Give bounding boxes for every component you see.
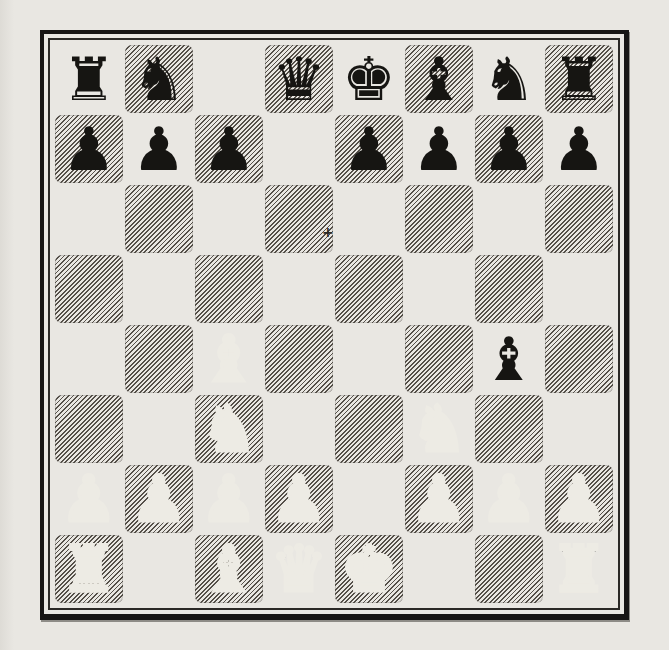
black-queen-piece[interactable]: ♛ bbox=[264, 44, 334, 114]
square-f3[interactable]: ♞♘ bbox=[404, 394, 474, 464]
piece-glyph: ♟ bbox=[342, 119, 396, 179]
board-frame-inner: ♜♞♛♚♝♞♜♟♟♟♟♟♟♟♝♗♝♞♘♞♘♟♙♟♙♟♙♟♙♟♙♟♙♟♙♜♖♝♗♛… bbox=[48, 38, 620, 610]
piece-fill-silhouette: ♞ bbox=[410, 397, 467, 461]
square-b3[interactable] bbox=[124, 394, 194, 464]
black-rook-piece[interactable]: ♜ bbox=[544, 44, 614, 114]
square-c2[interactable]: ♟♙ bbox=[194, 464, 264, 534]
square-c5[interactable] bbox=[194, 254, 264, 324]
square-h7[interactable]: ♟ bbox=[544, 114, 614, 184]
black-pawn-piece[interactable]: ♟ bbox=[544, 114, 614, 184]
square-a6[interactable] bbox=[54, 184, 124, 254]
black-knight-piece[interactable]: ♞ bbox=[124, 44, 194, 114]
black-pawn-piece[interactable]: ♟ bbox=[124, 114, 194, 184]
white-knight-piece[interactable]: ♞♘ bbox=[194, 394, 264, 464]
piece-glyph: ♜ bbox=[62, 49, 116, 109]
piece-glyph: ♟ bbox=[132, 119, 186, 179]
piece-fill-silhouette: ♟ bbox=[480, 467, 537, 531]
piece-glyph: ♝ bbox=[412, 49, 466, 109]
square-b4[interactable] bbox=[124, 324, 194, 394]
piece-glyph: ♝ bbox=[482, 329, 536, 389]
square-f2[interactable]: ♟♙ bbox=[404, 464, 474, 534]
square-g6[interactable] bbox=[474, 184, 544, 254]
piece-fill-silhouette: ♜ bbox=[550, 537, 607, 601]
square-d4[interactable] bbox=[264, 324, 334, 394]
square-b1[interactable] bbox=[124, 534, 194, 604]
book-page: ♜♞♛♚♝♞♜♟♟♟♟♟♟♟♝♗♝♞♘♞♘♟♙♟♙♟♙♟♙♟♙♟♙♟♙♜♖♝♗♛… bbox=[0, 0, 669, 650]
square-g5[interactable] bbox=[474, 254, 544, 324]
black-king-piece[interactable]: ♚ bbox=[334, 44, 404, 114]
piece-fill-silhouette: ♝ bbox=[200, 327, 257, 391]
white-pawn-piece[interactable]: ♟♙ bbox=[194, 464, 264, 534]
black-rook-piece[interactable]: ♜ bbox=[54, 44, 124, 114]
piece-glyph: ♟ bbox=[202, 119, 256, 179]
piece-glyph: ♟ bbox=[482, 119, 536, 179]
white-rook-piece[interactable]: ♜♖ bbox=[54, 534, 124, 604]
square-g1[interactable] bbox=[474, 534, 544, 604]
black-knight-piece[interactable]: ♞ bbox=[474, 44, 544, 114]
piece-glyph: ♛ bbox=[272, 49, 326, 109]
square-d6[interactable] bbox=[264, 184, 334, 254]
piece-glyph: ♜ bbox=[552, 49, 606, 109]
square-f7[interactable]: ♟ bbox=[404, 114, 474, 184]
white-queen-piece[interactable]: ♛♕ bbox=[264, 534, 334, 604]
square-g7[interactable]: ♟ bbox=[474, 114, 544, 184]
square-e7[interactable]: ♟ bbox=[334, 114, 404, 184]
black-pawn-piece[interactable]: ♟ bbox=[194, 114, 264, 184]
square-e6[interactable] bbox=[334, 184, 404, 254]
square-d7[interactable] bbox=[264, 114, 334, 184]
square-c3[interactable]: ♞♘ bbox=[194, 394, 264, 464]
black-bishop-piece[interactable]: ♝ bbox=[474, 324, 544, 394]
square-b7[interactable]: ♟ bbox=[124, 114, 194, 184]
board-grid: ♜♞♛♚♝♞♜♟♟♟♟♟♟♟♝♗♝♞♘♞♘♟♙♟♙♟♙♟♙♟♙♟♙♟♙♜♖♝♗♛… bbox=[54, 44, 614, 604]
square-e5[interactable] bbox=[334, 254, 404, 324]
piece-fill-silhouette: ♟ bbox=[410, 467, 467, 531]
white-pawn-piece[interactable]: ♟♙ bbox=[264, 464, 334, 534]
black-pawn-piece[interactable]: ♟ bbox=[334, 114, 404, 184]
square-c8[interactable] bbox=[194, 44, 264, 114]
square-f5[interactable] bbox=[404, 254, 474, 324]
black-bishop-piece[interactable]: ♝ bbox=[404, 44, 474, 114]
piece-glyph: ♞ bbox=[482, 49, 536, 109]
square-c7[interactable]: ♟ bbox=[194, 114, 264, 184]
piece-glyph: ♟ bbox=[552, 119, 606, 179]
square-b2[interactable]: ♟♙ bbox=[124, 464, 194, 534]
square-b5[interactable] bbox=[124, 254, 194, 324]
square-f4[interactable] bbox=[404, 324, 474, 394]
white-pawn-piece[interactable]: ♟♙ bbox=[124, 464, 194, 534]
square-a7[interactable]: ♟ bbox=[54, 114, 124, 184]
square-g2[interactable]: ♟♙ bbox=[474, 464, 544, 534]
piece-fill-silhouette: ♟ bbox=[60, 467, 117, 531]
square-a1[interactable]: ♜♖ bbox=[54, 534, 124, 604]
piece-glyph: ♟ bbox=[412, 119, 466, 179]
white-knight-piece[interactable]: ♞♘ bbox=[404, 394, 474, 464]
square-b8[interactable]: ♞ bbox=[124, 44, 194, 114]
square-a8[interactable]: ♜ bbox=[54, 44, 124, 114]
square-h5[interactable] bbox=[544, 254, 614, 324]
piece-glyph: ♞ bbox=[132, 49, 186, 109]
piece-fill-silhouette: ♜ bbox=[60, 537, 117, 601]
piece-fill-silhouette: ♟ bbox=[550, 467, 607, 531]
black-pawn-piece[interactable]: ♟ bbox=[404, 114, 474, 184]
piece-glyph: ♟ bbox=[62, 119, 116, 179]
square-c1[interactable]: ♝♗ bbox=[194, 534, 264, 604]
square-c4[interactable]: ♝♗ bbox=[194, 324, 264, 394]
board-frame-outer: ♜♞♛♚♝♞♜♟♟♟♟♟♟♟♝♗♝♞♘♞♘♟♙♟♙♟♙♟♙♟♙♟♙♟♙♜♖♝♗♛… bbox=[40, 30, 629, 620]
piece-fill-silhouette: ♟ bbox=[200, 467, 257, 531]
piece-fill-silhouette: ♚ bbox=[340, 537, 397, 601]
square-e2[interactable] bbox=[334, 464, 404, 534]
square-a5[interactable] bbox=[54, 254, 124, 324]
square-c6[interactable] bbox=[194, 184, 264, 254]
square-a4[interactable] bbox=[54, 324, 124, 394]
square-d8[interactable]: ♛ bbox=[264, 44, 334, 114]
white-rook-piece[interactable]: ♜♖ bbox=[544, 534, 614, 604]
square-e1[interactable]: ♚♔ bbox=[334, 534, 404, 604]
piece-fill-silhouette: ♟ bbox=[270, 467, 327, 531]
piece-glyph: ♚ bbox=[342, 49, 396, 109]
piece-fill-silhouette: ♝ bbox=[200, 537, 257, 601]
white-king-piece[interactable]: ♚♔ bbox=[334, 534, 404, 604]
black-pawn-piece[interactable]: ♟ bbox=[54, 114, 124, 184]
square-f6[interactable] bbox=[404, 184, 474, 254]
white-bishop-piece[interactable]: ♝♗ bbox=[194, 534, 264, 604]
square-d2[interactable]: ♟♙ bbox=[264, 464, 334, 534]
square-b6[interactable] bbox=[124, 184, 194, 254]
square-h8[interactable]: ♜ bbox=[544, 44, 614, 114]
square-g4[interactable]: ♝ bbox=[474, 324, 544, 394]
black-pawn-piece[interactable]: ♟ bbox=[474, 114, 544, 184]
square-h3[interactable] bbox=[544, 394, 614, 464]
square-e4[interactable] bbox=[334, 324, 404, 394]
piece-fill-silhouette: ♛ bbox=[270, 537, 327, 601]
white-pawn-piece[interactable]: ♟♙ bbox=[474, 464, 544, 534]
square-d5[interactable] bbox=[264, 254, 334, 324]
square-d3[interactable] bbox=[264, 394, 334, 464]
square-h4[interactable] bbox=[544, 324, 614, 394]
white-pawn-piece[interactable]: ♟♙ bbox=[544, 464, 614, 534]
square-g8[interactable]: ♞ bbox=[474, 44, 544, 114]
square-g3[interactable] bbox=[474, 394, 544, 464]
piece-fill-silhouette: ♟ bbox=[130, 467, 187, 531]
square-d1[interactable]: ♛♕ bbox=[264, 534, 334, 604]
square-h1[interactable]: ♜♖ bbox=[544, 534, 614, 604]
white-pawn-piece[interactable]: ♟♙ bbox=[404, 464, 474, 534]
square-f8[interactable]: ♝ bbox=[404, 44, 474, 114]
square-f1[interactable] bbox=[404, 534, 474, 604]
white-bishop-piece[interactable]: ♝♗ bbox=[194, 324, 264, 394]
square-e8[interactable]: ♚ bbox=[334, 44, 404, 114]
square-e3[interactable] bbox=[334, 394, 404, 464]
square-a2[interactable]: ♟♙ bbox=[54, 464, 124, 534]
square-a3[interactable] bbox=[54, 394, 124, 464]
square-h6[interactable] bbox=[544, 184, 614, 254]
piece-fill-silhouette: ♞ bbox=[200, 397, 257, 461]
square-h2[interactable]: ♟♙ bbox=[544, 464, 614, 534]
white-pawn-piece[interactable]: ♟♙ bbox=[54, 464, 124, 534]
